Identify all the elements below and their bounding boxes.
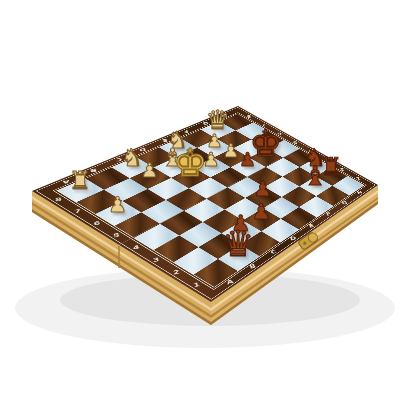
rank-label-left-8: 8 [55, 196, 62, 202]
rank-label-right-7: 7 [261, 123, 267, 127]
rank-label-right-2: 2 [339, 167, 345, 172]
file-label-far-E: E [162, 138, 168, 143]
file-label-front-A: A [226, 278, 234, 286]
rank-label-left-3: 3 [152, 256, 160, 263]
file-label-front-D: D [289, 235, 297, 242]
rank-label-left-4: 4 [132, 244, 140, 251]
chess-set-photo-scene: 88AA77BB66CC55DD44EE33FF22GG11HH ♜♞♞♛♝♟♟… [0, 0, 400, 400]
file-label-front-C: C [270, 249, 278, 256]
rank-label-right-5: 5 [292, 140, 298, 144]
rank-label-right-4: 4 [308, 149, 314, 153]
file-label-front-B: B [249, 263, 257, 270]
rank-label-right-3: 3 [323, 158, 329, 163]
file-label-far-A: A [62, 179, 70, 185]
rank-label-left-7: 7 [74, 208, 81, 215]
file-label-front-G: G [341, 200, 348, 205]
file-label-front-H: H [356, 190, 363, 195]
rank-label-left-1: 1 [193, 281, 201, 289]
file-label-front-E: E [308, 223, 315, 229]
file-label-front-F: F [325, 211, 332, 217]
rank-label-left-6: 6 [93, 220, 100, 227]
rank-label-right-1: 1 [355, 176, 361, 181]
file-label-far-B: B [90, 167, 97, 173]
file-label-far-F: F [183, 129, 189, 134]
rank-label-right-6: 6 [277, 132, 283, 136]
rank-label-left-2: 2 [172, 269, 180, 277]
rank-label-right-8: 8 [246, 114, 252, 118]
file-label-far-G: G [202, 121, 209, 125]
file-label-far-H: H [221, 113, 228, 117]
rank-label-left-5: 5 [113, 232, 120, 239]
file-label-far-D: D [139, 147, 147, 152]
file-label-far-C: C [115, 157, 122, 162]
